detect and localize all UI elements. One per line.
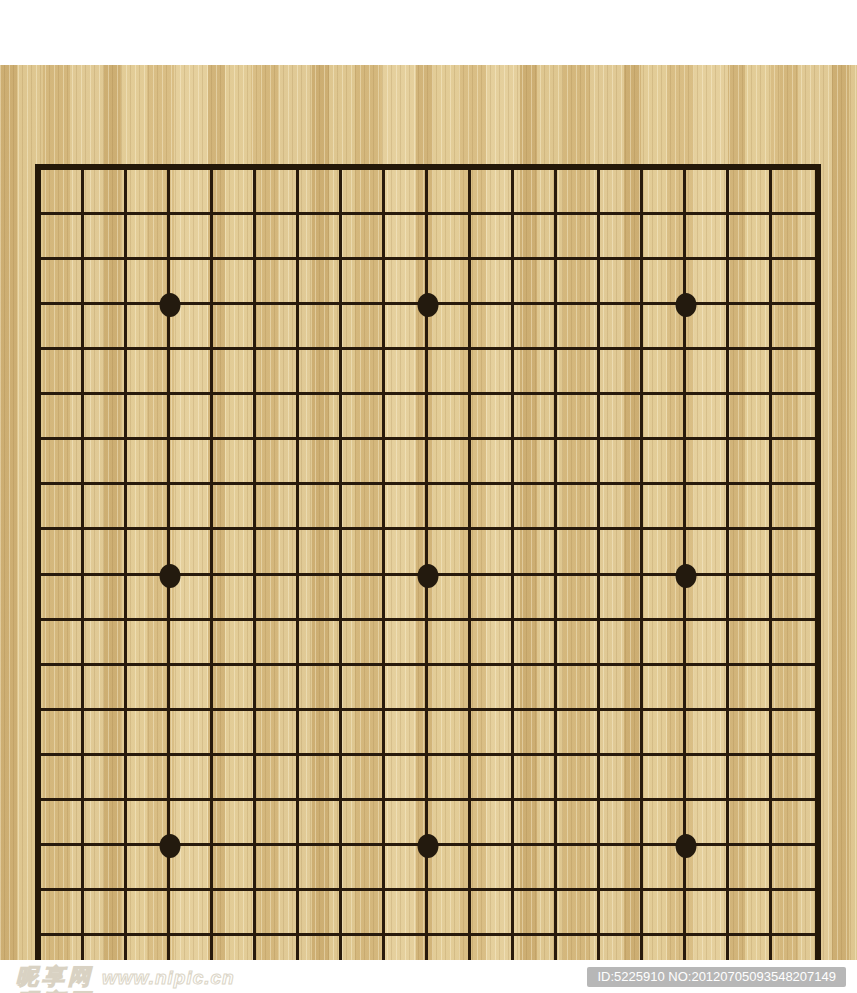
board-cell[interactable] (686, 756, 729, 801)
board-cell[interactable] (170, 350, 213, 395)
board-cell[interactable] (84, 801, 127, 846)
board-cell[interactable] (41, 846, 84, 891)
board-cell[interactable] (471, 711, 514, 756)
board-cell[interactable] (342, 395, 385, 440)
board-cell[interactable] (772, 756, 815, 801)
board-cell[interactable] (557, 846, 600, 891)
board-cell[interactable] (686, 170, 729, 215)
board-cell[interactable] (428, 170, 471, 215)
board-cell[interactable] (127, 530, 170, 575)
board-cell[interactable] (299, 711, 342, 756)
board-cell[interactable] (557, 756, 600, 801)
board-cell[interactable] (686, 846, 729, 891)
board-cell[interactable] (299, 801, 342, 846)
board-cell[interactable] (514, 621, 557, 666)
board-cell[interactable] (557, 440, 600, 485)
board-cell[interactable] (342, 305, 385, 350)
board-cell[interactable] (428, 395, 471, 440)
board-cell[interactable] (170, 485, 213, 530)
board-cell[interactable] (428, 260, 471, 305)
board-cell[interactable] (686, 711, 729, 756)
board-cell[interactable] (256, 215, 299, 260)
board-cell[interactable] (600, 530, 643, 575)
board-cell[interactable] (127, 756, 170, 801)
board-cell[interactable] (256, 350, 299, 395)
board-cell[interactable] (213, 170, 256, 215)
board-cell[interactable] (428, 666, 471, 711)
board-cell[interactable] (428, 711, 471, 756)
board-cell[interactable] (170, 576, 213, 621)
board-cell[interactable] (170, 891, 213, 936)
board-cell[interactable] (772, 170, 815, 215)
board-cell[interactable] (299, 576, 342, 621)
board-cell[interactable] (600, 485, 643, 530)
board-cell[interactable] (127, 395, 170, 440)
board-cell[interactable] (471, 485, 514, 530)
board-cell[interactable] (557, 891, 600, 936)
board-cell[interactable] (299, 846, 342, 891)
board-cell[interactable] (428, 440, 471, 485)
board-cell[interactable] (643, 350, 686, 395)
board-cell[interactable] (471, 530, 514, 575)
board-cell[interactable] (299, 440, 342, 485)
board-cell[interactable] (385, 621, 428, 666)
board-cell[interactable] (729, 621, 772, 666)
board-cell[interactable] (643, 756, 686, 801)
board-cell[interactable] (643, 305, 686, 350)
board-cell[interactable] (428, 530, 471, 575)
board-cell[interactable] (471, 576, 514, 621)
board-cell[interactable] (428, 846, 471, 891)
board-cell[interactable] (471, 350, 514, 395)
board-cell[interactable] (299, 756, 342, 801)
board-cell[interactable] (170, 711, 213, 756)
board-cell[interactable] (170, 440, 213, 485)
board-cell[interactable] (213, 395, 256, 440)
board-cell[interactable] (686, 440, 729, 485)
board-cell[interactable] (600, 801, 643, 846)
board-cell[interactable] (428, 350, 471, 395)
board-cell[interactable] (41, 485, 84, 530)
board-cell[interactable] (600, 576, 643, 621)
board-cell[interactable] (256, 801, 299, 846)
board-cell[interactable] (299, 395, 342, 440)
board-cell[interactable] (127, 846, 170, 891)
board-cell[interactable] (428, 305, 471, 350)
board-cell[interactable] (213, 666, 256, 711)
board-cell[interactable] (686, 666, 729, 711)
board-cell[interactable] (170, 621, 213, 666)
board-cell[interactable] (41, 350, 84, 395)
board-cell[interactable] (385, 485, 428, 530)
board-cell[interactable] (127, 215, 170, 260)
board-cell[interactable] (299, 260, 342, 305)
board-cell[interactable] (428, 891, 471, 936)
board-cell[interactable] (127, 260, 170, 305)
board-cell[interactable] (686, 305, 729, 350)
board-cell[interactable] (557, 666, 600, 711)
board-cell[interactable] (600, 440, 643, 485)
board-cell[interactable] (84, 395, 127, 440)
board-cell[interactable] (213, 530, 256, 575)
board-cell[interactable] (729, 260, 772, 305)
board-cell[interactable] (729, 350, 772, 395)
board-cell[interactable] (299, 305, 342, 350)
board-cell[interactable] (643, 621, 686, 666)
board-cell[interactable] (643, 440, 686, 485)
board-cell[interactable] (557, 350, 600, 395)
board-cell[interactable] (385, 395, 428, 440)
board-cell[interactable] (213, 756, 256, 801)
board-cell[interactable] (557, 395, 600, 440)
board-cell[interactable] (127, 711, 170, 756)
board-cell[interactable] (772, 485, 815, 530)
board-cell[interactable] (772, 621, 815, 666)
board-cell[interactable] (127, 666, 170, 711)
board-cell[interactable] (729, 576, 772, 621)
board-cell[interactable] (213, 846, 256, 891)
board-cell[interactable] (213, 485, 256, 530)
board-cell[interactable] (342, 260, 385, 305)
board-cell[interactable] (84, 260, 127, 305)
board-cell[interactable] (729, 170, 772, 215)
board-cell[interactable] (557, 305, 600, 350)
board-cell[interactable] (514, 260, 557, 305)
board-cell[interactable] (471, 440, 514, 485)
board-cell[interactable] (170, 305, 213, 350)
board-cell[interactable] (686, 621, 729, 666)
board-cell[interactable] (127, 305, 170, 350)
board-cell[interactable] (213, 891, 256, 936)
board-cell[interactable] (170, 666, 213, 711)
board-cell[interactable] (471, 395, 514, 440)
board-cell[interactable] (385, 440, 428, 485)
board-cell[interactable] (600, 756, 643, 801)
board-cell[interactable] (514, 530, 557, 575)
board-cell[interactable] (170, 260, 213, 305)
board-cell[interactable] (256, 440, 299, 485)
board-cell[interactable] (686, 395, 729, 440)
board-cell[interactable] (84, 350, 127, 395)
board-cell[interactable] (643, 170, 686, 215)
board-cell[interactable] (428, 485, 471, 530)
board-cell[interactable] (213, 350, 256, 395)
board-cell[interactable] (471, 621, 514, 666)
board-cell[interactable] (385, 801, 428, 846)
board-cell[interactable] (643, 711, 686, 756)
board-cell[interactable] (213, 801, 256, 846)
board-cell[interactable] (600, 260, 643, 305)
board-cell[interactable] (84, 170, 127, 215)
board-cell[interactable] (557, 485, 600, 530)
board-cell[interactable] (557, 170, 600, 215)
board-cell[interactable] (41, 260, 84, 305)
board-cell[interactable] (385, 530, 428, 575)
board-cell[interactable] (600, 711, 643, 756)
board-cell[interactable] (514, 801, 557, 846)
board-cell[interactable] (772, 801, 815, 846)
board-cell[interactable] (256, 485, 299, 530)
board-cell[interactable] (342, 576, 385, 621)
board-cell[interactable] (772, 305, 815, 350)
board-cell[interactable] (643, 260, 686, 305)
board-cell[interactable] (256, 260, 299, 305)
board-cell[interactable] (686, 485, 729, 530)
board-cell[interactable] (514, 395, 557, 440)
board-cell[interactable] (41, 801, 84, 846)
board-cell[interactable] (729, 711, 772, 756)
board-cell[interactable] (127, 350, 170, 395)
board-cell[interactable] (600, 350, 643, 395)
board-cell[interactable] (600, 170, 643, 215)
board-cell[interactable] (643, 801, 686, 846)
board-cell[interactable] (428, 621, 471, 666)
board-cell[interactable] (428, 576, 471, 621)
board-cell[interactable] (213, 576, 256, 621)
board-cell[interactable] (213, 711, 256, 756)
board-cell[interactable] (772, 350, 815, 395)
board-cell[interactable] (514, 350, 557, 395)
board-cell[interactable] (256, 621, 299, 666)
board-cell[interactable] (686, 891, 729, 936)
board-cell[interactable] (772, 395, 815, 440)
board-cell[interactable] (729, 440, 772, 485)
board-cell[interactable] (471, 215, 514, 260)
board-cell[interactable] (557, 576, 600, 621)
board-cell[interactable] (41, 530, 84, 575)
board-cell[interactable] (686, 530, 729, 575)
board-cell[interactable] (772, 711, 815, 756)
board-cell[interactable] (127, 170, 170, 215)
go-board-grid[interactable] (35, 164, 821, 987)
board-cell[interactable] (600, 846, 643, 891)
board-cell[interactable] (471, 260, 514, 305)
board-cell[interactable] (385, 170, 428, 215)
board-cell[interactable] (299, 485, 342, 530)
board-cell[interactable] (471, 846, 514, 891)
board-cell[interactable] (428, 756, 471, 801)
board-cell[interactable] (342, 846, 385, 891)
board-cell[interactable] (471, 801, 514, 846)
board-cell[interactable] (428, 215, 471, 260)
board-cell[interactable] (84, 846, 127, 891)
board-cell[interactable] (256, 305, 299, 350)
board-cell[interactable] (471, 891, 514, 936)
board-cell[interactable] (127, 621, 170, 666)
board-cell[interactable] (256, 395, 299, 440)
board-cell[interactable] (729, 485, 772, 530)
board-cell[interactable] (385, 260, 428, 305)
board-cell[interactable] (256, 530, 299, 575)
board-cell[interactable] (514, 576, 557, 621)
board-cell[interactable] (385, 576, 428, 621)
board-cell[interactable] (772, 846, 815, 891)
board-cell[interactable] (557, 260, 600, 305)
board-cell[interactable] (471, 305, 514, 350)
board-cell[interactable] (84, 440, 127, 485)
board-cell[interactable] (557, 530, 600, 575)
board-cell[interactable] (385, 846, 428, 891)
board-cell[interactable] (213, 260, 256, 305)
board-cell[interactable] (557, 621, 600, 666)
board-cell[interactable] (600, 621, 643, 666)
board-cell[interactable] (41, 666, 84, 711)
board-cell[interactable] (84, 756, 127, 801)
board-cell[interactable] (299, 621, 342, 666)
board-cell[interactable] (342, 801, 385, 846)
board-cell[interactable] (170, 530, 213, 575)
board-cell[interactable] (41, 756, 84, 801)
board-cell[interactable] (729, 756, 772, 801)
board-cell[interactable] (256, 576, 299, 621)
board-cell[interactable] (299, 215, 342, 260)
board-cell[interactable] (213, 621, 256, 666)
board-cell[interactable] (729, 666, 772, 711)
board-cell[interactable] (342, 621, 385, 666)
board-cell[interactable] (729, 530, 772, 575)
board-cell[interactable] (428, 801, 471, 846)
board-cell[interactable] (514, 891, 557, 936)
board-cell[interactable] (385, 891, 428, 936)
board-cell[interactable] (342, 170, 385, 215)
board-cell[interactable] (385, 711, 428, 756)
board-cell[interactable] (600, 305, 643, 350)
board-cell[interactable] (342, 666, 385, 711)
board-cell[interactable] (170, 215, 213, 260)
board-cell[interactable] (256, 170, 299, 215)
board-cell[interactable] (600, 395, 643, 440)
board-cell[interactable] (514, 170, 557, 215)
board-cell[interactable] (256, 711, 299, 756)
board-cell[interactable] (600, 666, 643, 711)
board-cell[interactable] (471, 666, 514, 711)
board-cell[interactable] (84, 711, 127, 756)
board-cell[interactable] (600, 891, 643, 936)
board-cell[interactable] (127, 801, 170, 846)
board-cell[interactable] (256, 846, 299, 891)
board-cell[interactable] (127, 440, 170, 485)
board-cell[interactable] (299, 170, 342, 215)
board-cell[interactable] (213, 305, 256, 350)
board-cell[interactable] (514, 711, 557, 756)
board-cell[interactable] (729, 801, 772, 846)
board-cell[interactable] (256, 666, 299, 711)
board-cell[interactable] (41, 395, 84, 440)
board-cell[interactable] (41, 621, 84, 666)
board-cell[interactable] (170, 170, 213, 215)
board-cell[interactable] (686, 576, 729, 621)
board-cell[interactable] (643, 576, 686, 621)
board-cell[interactable] (84, 666, 127, 711)
board-cell[interactable] (471, 756, 514, 801)
board-cell[interactable] (686, 350, 729, 395)
board-cell[interactable] (170, 756, 213, 801)
board-cell[interactable] (299, 530, 342, 575)
board-cell[interactable] (385, 350, 428, 395)
board-cell[interactable] (514, 305, 557, 350)
board-cell[interactable] (41, 170, 84, 215)
board-cell[interactable] (772, 666, 815, 711)
board-cell[interactable] (127, 485, 170, 530)
board-cell[interactable] (84, 891, 127, 936)
board-cell[interactable] (342, 215, 385, 260)
board-cell[interactable] (213, 215, 256, 260)
board-cell[interactable] (643, 891, 686, 936)
board-cell[interactable] (127, 891, 170, 936)
board-cell[interactable] (772, 215, 815, 260)
board-cell[interactable] (772, 891, 815, 936)
board-cell[interactable] (385, 756, 428, 801)
board-cell[interactable] (557, 801, 600, 846)
board-cell[interactable] (84, 305, 127, 350)
board-cell[interactable] (600, 215, 643, 260)
board-cell[interactable] (514, 440, 557, 485)
board-cell[interactable] (127, 576, 170, 621)
board-cell[interactable] (342, 711, 385, 756)
board-cell[interactable] (256, 756, 299, 801)
board-cell[interactable] (643, 846, 686, 891)
board-cell[interactable] (41, 215, 84, 260)
board-cell[interactable] (170, 801, 213, 846)
board-cell[interactable] (729, 395, 772, 440)
board-cell[interactable] (772, 576, 815, 621)
board-cell[interactable] (557, 711, 600, 756)
board-cell[interactable] (342, 891, 385, 936)
board-cell[interactable] (471, 170, 514, 215)
board-cell[interactable] (342, 350, 385, 395)
board-cell[interactable] (213, 440, 256, 485)
board-cell[interactable] (643, 215, 686, 260)
board-cell[interactable] (514, 485, 557, 530)
board-cell[interactable] (342, 485, 385, 530)
board-cell[interactable] (84, 621, 127, 666)
board-cell[interactable] (643, 395, 686, 440)
board-cell[interactable] (385, 305, 428, 350)
board-cell[interactable] (299, 666, 342, 711)
board-cell[interactable] (342, 440, 385, 485)
board-cell[interactable] (729, 891, 772, 936)
board-cell[interactable] (514, 666, 557, 711)
board-cell[interactable] (643, 485, 686, 530)
board-cell[interactable] (557, 215, 600, 260)
board-cell[interactable] (686, 215, 729, 260)
board-cell[interactable] (643, 530, 686, 575)
board-cell[interactable] (41, 576, 84, 621)
board-cell[interactable] (514, 215, 557, 260)
board-cell[interactable] (514, 846, 557, 891)
board-cell[interactable] (170, 846, 213, 891)
board-cell[interactable] (84, 530, 127, 575)
board-cell[interactable] (385, 215, 428, 260)
board-cell[interactable] (729, 846, 772, 891)
board-cell[interactable] (299, 350, 342, 395)
board-cell[interactable] (772, 440, 815, 485)
board-cell[interactable] (41, 711, 84, 756)
board-cell[interactable] (729, 305, 772, 350)
board-cell[interactable] (729, 215, 772, 260)
board-cell[interactable] (84, 576, 127, 621)
board-cell[interactable] (84, 485, 127, 530)
board-cell[interactable] (41, 305, 84, 350)
board-cell[interactable] (41, 440, 84, 485)
board-cell[interactable] (256, 891, 299, 936)
board-cell[interactable] (41, 891, 84, 936)
board-cell[interactable] (299, 891, 342, 936)
board-cell[interactable] (170, 395, 213, 440)
board-cell[interactable] (514, 756, 557, 801)
board-cell[interactable] (342, 756, 385, 801)
board-cell[interactable] (686, 801, 729, 846)
